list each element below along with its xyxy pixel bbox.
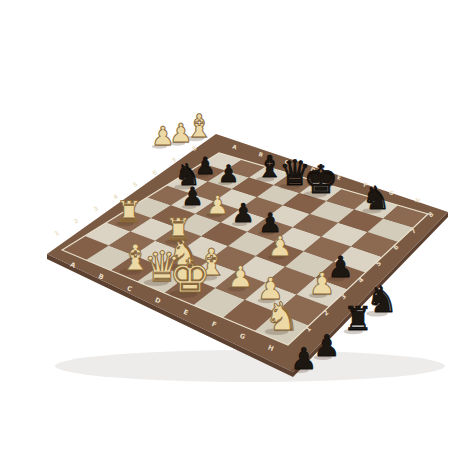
piece-black-pawn-b5[interactable]: ♟ xyxy=(181,184,204,209)
piece-black-king-e8[interactable]: ♚ xyxy=(303,160,338,199)
piece-white-pawn-f4[interactable]: ♟ xyxy=(267,232,292,260)
rank-label-left-2: 2 xyxy=(72,217,79,225)
rank-label-left-1: 1 xyxy=(53,229,60,237)
rank-label-left-5: 5 xyxy=(131,180,138,188)
captured-white-pawn-1[interactable]: ♟ xyxy=(151,123,174,149)
piece-white-pawn-f2[interactable]: ♟ xyxy=(227,263,253,292)
piece-white-knight-h1[interactable]: ♞ xyxy=(264,297,299,336)
chess-photo-scene: AA11BB22CC33DD44EE55FF66GG77HH88 ♝♟♟♟♝♟♛… xyxy=(0,0,470,470)
rank-label-left-3: 3 xyxy=(92,204,99,212)
chess-board: AA11BB22CC33DD44EE55FF66GG77HH88 xyxy=(0,0,470,470)
piece-white-rook-a3[interactable]: ♜ xyxy=(116,198,142,227)
piece-white-pawn-h3[interactable]: ♟ xyxy=(309,269,336,299)
rank-label-left-6: 6 xyxy=(151,168,158,176)
captured-black-pawn-4[interactable]: ♟ xyxy=(291,344,318,374)
piece-white-pawn-c5[interactable]: ♟ xyxy=(206,192,229,218)
captured-black-rook-2[interactable]: ♜ xyxy=(343,302,373,335)
piece-black-pawn-b7[interactable]: ♟ xyxy=(218,162,240,186)
piece-black-pawn-d5[interactable]: ♟ xyxy=(232,201,255,227)
piece-white-king-e1[interactable]: ♚ xyxy=(169,253,211,300)
piece-black-knight-g8[interactable]: ♞ xyxy=(362,183,391,215)
captured-black-pawn-3[interactable]: ♟ xyxy=(314,331,341,361)
